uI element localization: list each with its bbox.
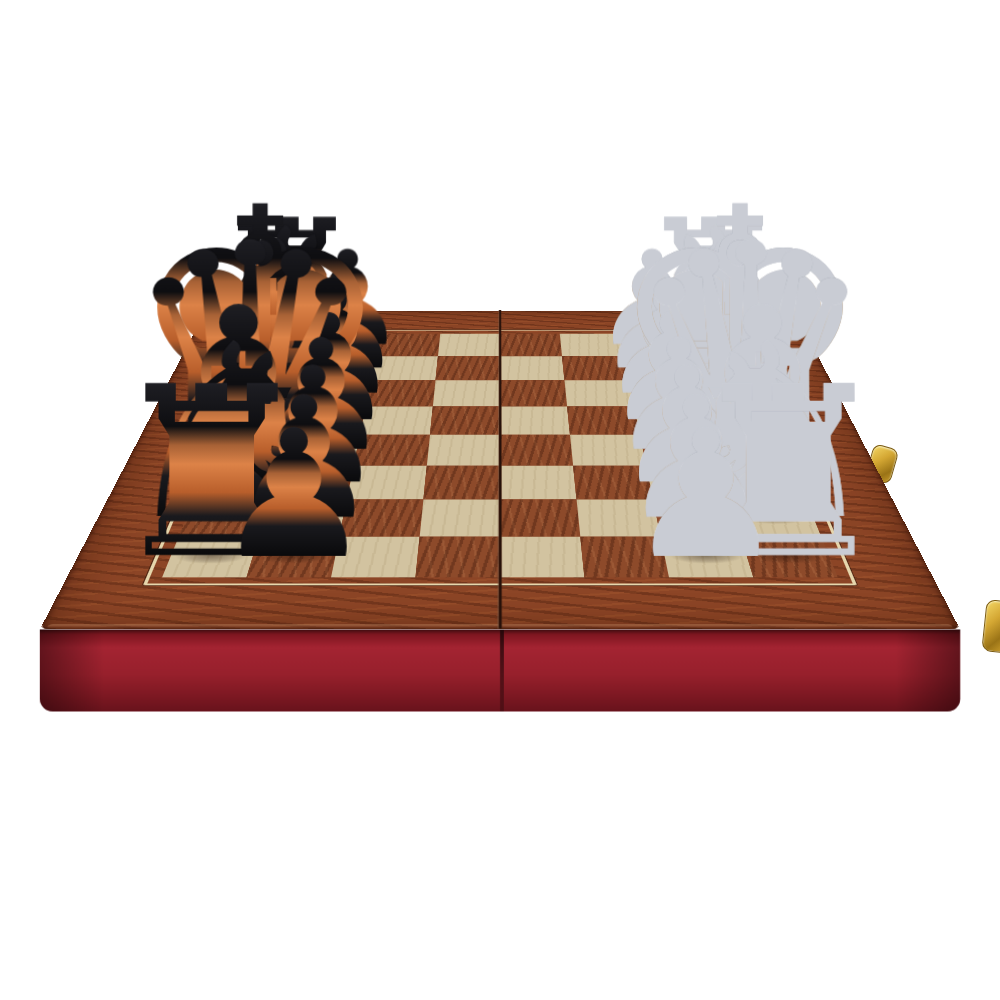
board-3d-surface: ♜♞♝♚♛♝♞♜♟♟♟♟♟♟♟♟♟♟♟♟♟♟♟♟♜♞♝♚♛♝♞♜ [40,311,960,630]
board-3d-scene: ♜♞♝♚♛♝♞♜♟♟♟♟♟♟♟♟♟♟♟♟♟♟♟♟♜♞♝♚♛♝♞♜ [141,76,859,794]
piece-black-pawn-a7: ♟ [206,406,383,583]
product-photo-stage: ♜♞♝♚♛♝♞♜♟♟♟♟♟♟♟♟♟♟♟♟♟♟♟♟♜♞♝♚♛♝♞♜ [0,0,1000,1000]
box-front-side [40,629,960,711]
piece-white-pawn-a2: ♟ [618,406,795,583]
fold-seam [497,310,502,629]
brass-hinge-icon [981,599,1000,653]
